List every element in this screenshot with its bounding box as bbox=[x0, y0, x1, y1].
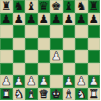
square-g3[interactable] bbox=[75, 63, 88, 76]
square-b7[interactable]: ♟ bbox=[13, 13, 26, 26]
square-c5[interactable] bbox=[25, 38, 38, 51]
white-rook-icon[interactable]: ♜ bbox=[89, 88, 99, 101]
square-e1[interactable]: ♚ bbox=[50, 88, 63, 101]
white-pawn-icon[interactable]: ♟ bbox=[51, 50, 61, 63]
white-pawn-icon[interactable]: ♟ bbox=[14, 75, 24, 88]
square-d7[interactable]: ♟ bbox=[38, 13, 51, 26]
square-c6[interactable] bbox=[25, 25, 38, 38]
square-g4[interactable] bbox=[75, 50, 88, 63]
white-bishop-icon[interactable]: ♝ bbox=[64, 88, 74, 101]
square-h1[interactable]: ♜ bbox=[88, 88, 101, 101]
white-pawn-icon[interactable]: ♟ bbox=[64, 75, 74, 88]
black-knight-icon[interactable]: ♞ bbox=[76, 0, 86, 13]
square-g7[interactable]: ♟ bbox=[75, 13, 88, 26]
square-a5[interactable] bbox=[0, 38, 13, 51]
white-knight-icon[interactable]: ♞ bbox=[14, 88, 24, 101]
square-a3[interactable] bbox=[0, 63, 13, 76]
square-h3[interactable] bbox=[88, 63, 101, 76]
square-f7[interactable]: ♟ bbox=[63, 13, 76, 26]
white-queen-icon[interactable]: ♛ bbox=[39, 88, 49, 101]
square-g5[interactable] bbox=[75, 38, 88, 51]
square-d5[interactable] bbox=[38, 38, 51, 51]
black-king-icon[interactable]: ♚ bbox=[51, 0, 61, 13]
white-king-icon[interactable]: ♚ bbox=[51, 88, 61, 101]
square-c3[interactable] bbox=[25, 63, 38, 76]
white-rook-icon[interactable]: ♜ bbox=[1, 88, 11, 101]
square-a8[interactable]: ♜ bbox=[0, 0, 13, 13]
black-pawn-icon[interactable]: ♟ bbox=[76, 13, 86, 26]
square-d3[interactable] bbox=[38, 63, 51, 76]
white-bishop-icon[interactable]: ♝ bbox=[26, 88, 36, 101]
square-h2[interactable]: ♟ bbox=[88, 75, 101, 88]
black-pawn-icon[interactable]: ♟ bbox=[51, 13, 61, 26]
square-h5[interactable] bbox=[88, 38, 101, 51]
square-a4[interactable] bbox=[0, 50, 13, 63]
white-pawn-icon[interactable]: ♟ bbox=[1, 75, 11, 88]
square-c4[interactable] bbox=[25, 50, 38, 63]
square-e5[interactable] bbox=[50, 38, 63, 51]
square-f6[interactable] bbox=[63, 25, 76, 38]
square-c1[interactable]: ♝ bbox=[25, 88, 38, 101]
square-d1[interactable]: ♛ bbox=[38, 88, 51, 101]
square-b5[interactable] bbox=[13, 38, 26, 51]
square-c2[interactable]: ♟ bbox=[25, 75, 38, 88]
black-pawn-icon[interactable]: ♟ bbox=[89, 13, 99, 26]
square-f5[interactable] bbox=[63, 38, 76, 51]
square-h8[interactable]: ♜ bbox=[88, 0, 101, 13]
black-knight-icon[interactable]: ♞ bbox=[14, 0, 24, 13]
square-d4[interactable] bbox=[38, 50, 51, 63]
square-d2[interactable]: ♟ bbox=[38, 75, 51, 88]
black-rook-icon[interactable]: ♜ bbox=[1, 0, 11, 13]
square-h4[interactable] bbox=[88, 50, 101, 63]
square-h6[interactable] bbox=[88, 25, 101, 38]
white-pawn-icon[interactable]: ♟ bbox=[26, 75, 36, 88]
black-pawn-icon[interactable]: ♟ bbox=[26, 13, 36, 26]
square-b6[interactable] bbox=[13, 25, 26, 38]
black-rook-icon[interactable]: ♜ bbox=[89, 0, 99, 13]
square-b1[interactable]: ♞ bbox=[13, 88, 26, 101]
black-pawn-icon[interactable]: ♟ bbox=[14, 13, 24, 26]
square-h7[interactable]: ♟ bbox=[88, 13, 101, 26]
square-e6[interactable] bbox=[50, 25, 63, 38]
square-f8[interactable]: ♝ bbox=[63, 0, 76, 13]
square-b8[interactable]: ♞ bbox=[13, 0, 26, 13]
square-d8[interactable]: ♛ bbox=[38, 0, 51, 13]
black-pawn-icon[interactable]: ♟ bbox=[39, 13, 49, 26]
white-knight-icon[interactable]: ♞ bbox=[76, 88, 86, 101]
square-e7[interactable]: ♟ bbox=[50, 13, 63, 26]
square-a2[interactable]: ♟ bbox=[0, 75, 13, 88]
square-c7[interactable]: ♟ bbox=[25, 13, 38, 26]
square-e8[interactable]: ♚ bbox=[50, 0, 63, 13]
chess-board: ♜♞♝♛♚♝♞♜♟♟♟♟♟♟♟♟♟♟♟♟♟♟♟♟♜♞♝♛♚♝♞♜ bbox=[0, 0, 100, 100]
square-b2[interactable]: ♟ bbox=[13, 75, 26, 88]
black-queen-icon[interactable]: ♛ bbox=[39, 0, 49, 13]
square-f3[interactable] bbox=[63, 63, 76, 76]
square-f4[interactable] bbox=[63, 50, 76, 63]
square-c8[interactable]: ♝ bbox=[25, 0, 38, 13]
square-d6[interactable] bbox=[38, 25, 51, 38]
square-g2[interactable]: ♟ bbox=[75, 75, 88, 88]
square-g6[interactable] bbox=[75, 25, 88, 38]
white-pawn-icon[interactable]: ♟ bbox=[39, 75, 49, 88]
square-e3[interactable] bbox=[50, 63, 63, 76]
square-f2[interactable]: ♟ bbox=[63, 75, 76, 88]
square-g8[interactable]: ♞ bbox=[75, 0, 88, 13]
black-pawn-icon[interactable]: ♟ bbox=[64, 13, 74, 26]
black-bishop-icon[interactable]: ♝ bbox=[64, 0, 74, 13]
square-e2[interactable] bbox=[50, 75, 63, 88]
square-a1[interactable]: ♜ bbox=[0, 88, 13, 101]
square-a6[interactable] bbox=[0, 25, 13, 38]
square-b3[interactable] bbox=[13, 63, 26, 76]
square-a7[interactable]: ♟ bbox=[0, 13, 13, 26]
square-e4[interactable]: ♟ bbox=[50, 50, 63, 63]
square-g1[interactable]: ♞ bbox=[75, 88, 88, 101]
black-pawn-icon[interactable]: ♟ bbox=[1, 13, 11, 26]
black-bishop-icon[interactable]: ♝ bbox=[26, 0, 36, 13]
white-pawn-icon[interactable]: ♟ bbox=[89, 75, 99, 88]
square-f1[interactable]: ♝ bbox=[63, 88, 76, 101]
square-b4[interactable] bbox=[13, 50, 26, 63]
white-pawn-icon[interactable]: ♟ bbox=[76, 75, 86, 88]
